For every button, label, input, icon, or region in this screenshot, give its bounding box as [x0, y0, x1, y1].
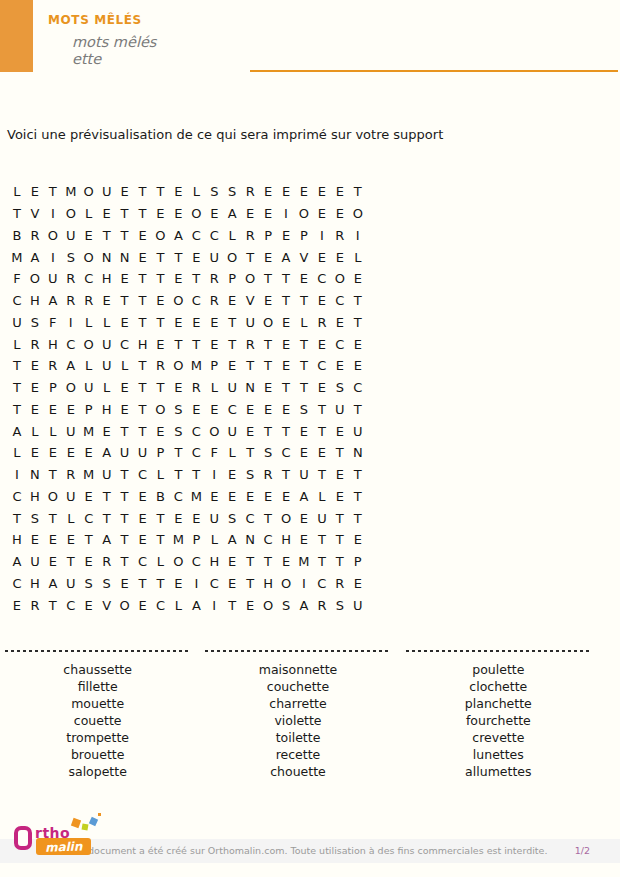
grid-cell: U [26, 551, 44, 573]
grid-cell: I [44, 203, 62, 225]
grid-cell: I [295, 573, 313, 595]
grid-cell: T [331, 551, 349, 573]
grid-cell: P [349, 551, 367, 573]
grid-cell: S [223, 507, 241, 529]
grid-cell: L [152, 464, 170, 486]
grid-cell: E [223, 290, 241, 312]
grid-cell: I [205, 464, 223, 486]
grid-cell: C [134, 464, 152, 486]
grid-cell: T [349, 181, 367, 203]
grid-cell: E [169, 203, 187, 225]
word-list-item: charrette [205, 695, 390, 712]
grid-cell: T [295, 333, 313, 355]
grid-cell: E [80, 442, 98, 464]
grid-cell: U [205, 246, 223, 268]
grid-cell: E [331, 203, 349, 225]
grid-cell: C [62, 333, 80, 355]
grid-cell: L [8, 181, 26, 203]
grid-cell: T [277, 420, 295, 442]
grid-cell: T [44, 594, 62, 616]
grid-cell: E [349, 355, 367, 377]
grid-cell: E [134, 594, 152, 616]
logo-o-icon [14, 826, 32, 850]
grid-cell: O [152, 225, 170, 247]
preview-intro-text: Voici une prévisualisation de ce qui ser… [7, 127, 607, 142]
grid-cell: T [134, 399, 152, 421]
grid-cell: E [349, 529, 367, 551]
grid-cell: I [277, 203, 295, 225]
grid-cell: P [152, 442, 170, 464]
orthomalin-logo: rtho malin [12, 812, 127, 862]
grid-cell: E [152, 290, 170, 312]
grid-cell: C [331, 333, 349, 355]
grid-cell: E [295, 507, 313, 529]
grid-cell: S [331, 594, 349, 616]
grid-cell: O [169, 290, 187, 312]
grid-cell: E [134, 507, 152, 529]
grid-cell: L [152, 551, 170, 573]
grid-cell: A [295, 486, 313, 508]
grid-cell: C [313, 573, 331, 595]
grid-cell: E [295, 442, 313, 464]
grid-cell: E [205, 312, 223, 334]
grid-cell: L [169, 594, 187, 616]
grid-cell: E [259, 246, 277, 268]
grid-cell: H [26, 573, 44, 595]
word-list-item: couchette [205, 678, 390, 695]
grid-cell: T [331, 529, 349, 551]
grid-cell: E [277, 181, 295, 203]
grid-cell: T [223, 333, 241, 355]
word-list-item: allumettes [406, 763, 591, 780]
grid-cell: T [152, 377, 170, 399]
grid-cell: O [169, 355, 187, 377]
grid-cell: U [313, 507, 331, 529]
grid-cell: T [134, 420, 152, 442]
grid-cell: L [80, 355, 98, 377]
grid-cell: E [80, 594, 98, 616]
grid-cell: O [116, 594, 134, 616]
grid-cell: U [62, 573, 80, 595]
grid-cell: H [98, 268, 116, 290]
grid-cell: I [8, 464, 26, 486]
grid-cell: A [277, 246, 295, 268]
header-orange-block [0, 0, 33, 72]
grid-cell: E [26, 529, 44, 551]
grid-cell: E [313, 377, 331, 399]
grid-cell: E [259, 203, 277, 225]
grid-cell: U [62, 486, 80, 508]
grid-cell: E [331, 312, 349, 334]
grid-cell: T [259, 551, 277, 573]
grid-cell: O [187, 203, 205, 225]
grid-cell: O [152, 399, 170, 421]
logo-square-orange-icon [71, 818, 81, 828]
grid-cell: E [26, 355, 44, 377]
grid-cell: O [331, 268, 349, 290]
grid-cell: E [26, 399, 44, 421]
grid-cell: O [259, 594, 277, 616]
grid-cell: T [152, 312, 170, 334]
grid-cell: R [259, 464, 277, 486]
grid-cell: U [98, 355, 116, 377]
grid-cell: L [205, 377, 223, 399]
print-preview-page: MOTS MÊLÉS mots mêlés ette Voici une pré… [0, 0, 620, 877]
grid-cell: F [44, 312, 62, 334]
grid-cell: E [259, 181, 277, 203]
grid-cell: S [26, 507, 44, 529]
grid-cell: E [187, 246, 205, 268]
grid-cell: P [80, 399, 98, 421]
grid-cell: O [295, 203, 313, 225]
grid-cell: E [187, 399, 205, 421]
grid-cell: C [223, 399, 241, 421]
grid-cell: M [80, 420, 98, 442]
grid-cell: E [44, 442, 62, 464]
grid-cell: E [187, 312, 205, 334]
grid-cell: T [295, 377, 313, 399]
grid-cell: T [259, 268, 277, 290]
grid-cell: E [241, 594, 259, 616]
grid-cell: C [187, 442, 205, 464]
word-list-item: poulette [406, 661, 591, 678]
dashed-separator [205, 650, 390, 652]
grid-cell: E [241, 399, 259, 421]
grid-cell: E [223, 355, 241, 377]
word-list-item: brouette [5, 746, 190, 763]
grid-cell: E [80, 551, 98, 573]
grid-cell: E [80, 225, 98, 247]
grid-cell: C [169, 486, 187, 508]
grid-cell: U [116, 442, 134, 464]
grid-cell: E [205, 203, 223, 225]
grid-cell: T [277, 290, 295, 312]
grid-cell: E [259, 290, 277, 312]
grid-cell: T [8, 377, 26, 399]
page-subtitle: mots mêlés ette [72, 34, 156, 68]
word-column-1: chaussettefillettemouettecouettetrompett… [5, 650, 190, 780]
grid-cell: H [205, 551, 223, 573]
grid-cell: E [116, 399, 134, 421]
grid-cell: S [259, 442, 277, 464]
grid-cell: T [134, 573, 152, 595]
grid-cell: U [349, 420, 367, 442]
grid-cell: T [241, 551, 259, 573]
grid-cell: L [295, 312, 313, 334]
grid-cell: E [223, 486, 241, 508]
grid-cell: P [295, 225, 313, 247]
grid-cell: E [134, 225, 152, 247]
grid-cell: T [187, 333, 205, 355]
grid-cell: M [62, 181, 80, 203]
grid-cell: U [223, 377, 241, 399]
grid-cell: O [223, 246, 241, 268]
grid-cell: L [223, 225, 241, 247]
grid-cell: M [80, 464, 98, 486]
grid-cell: C [313, 355, 331, 377]
grid-cell: M [187, 486, 205, 508]
grid-cell: T [313, 551, 331, 573]
grid-cell: U [98, 181, 116, 203]
grid-cell: E [62, 529, 80, 551]
dashed-separator [406, 650, 591, 652]
grid-cell: E [295, 420, 313, 442]
word-list-item: recette [205, 746, 390, 763]
grid-cell: E [152, 333, 170, 355]
word-list-item: lunettes [406, 746, 591, 763]
grid-cell: T [313, 399, 331, 421]
grid-cell: I [44, 246, 62, 268]
grid-cell: M [169, 529, 187, 551]
grid-cell: E [223, 573, 241, 595]
grid-cell: T [134, 377, 152, 399]
grid-cell: A [26, 246, 44, 268]
grid-cell: R [205, 290, 223, 312]
grid-cell: R [187, 377, 205, 399]
grid-cell: U [98, 464, 116, 486]
grid-cell: R [241, 225, 259, 247]
grid-cell: T [259, 420, 277, 442]
word-list-item: couette [5, 712, 190, 729]
grid-cell: U [62, 420, 80, 442]
grid-cell: T [116, 464, 134, 486]
grid-cell: T [259, 333, 277, 355]
grid-cell: E [331, 181, 349, 203]
grid-cell: E [169, 507, 187, 529]
grid-cell: U [331, 399, 349, 421]
grid-cell: E [331, 420, 349, 442]
grid-cell: A [8, 551, 26, 573]
grid-cell: I [187, 573, 205, 595]
grid-cell: S [26, 312, 44, 334]
grid-cell: E [116, 573, 134, 595]
grid-cell: E [116, 181, 134, 203]
grid-cell: T [169, 333, 187, 355]
grid-cell: E [241, 486, 259, 508]
grid-cell: P [223, 268, 241, 290]
grid-cell: C [62, 594, 80, 616]
grid-cell: T [116, 225, 134, 247]
grid-cell: E [62, 442, 80, 464]
grid-cell: E [205, 486, 223, 508]
grid-cell: R [313, 312, 331, 334]
word-list-item: violette [205, 712, 390, 729]
grid-cell: L [187, 181, 205, 203]
grid-cell: O [241, 268, 259, 290]
grid-cell: M [187, 355, 205, 377]
grid-cell: M [8, 246, 26, 268]
grid-cell: P [205, 355, 223, 377]
word-list-item: salopette [5, 763, 190, 780]
grid-cell: C [313, 268, 331, 290]
grid-cell: T [152, 573, 170, 595]
grid-cell: C [331, 290, 349, 312]
grid-cell: R [313, 594, 331, 616]
grid-cell: E [313, 181, 331, 203]
grid-cell: A [187, 594, 205, 616]
grid-cell: L [205, 529, 223, 551]
grid-cell: R [62, 464, 80, 486]
grid-cell: C [187, 420, 205, 442]
grid-cell: O [169, 551, 187, 573]
grid-cell: T [169, 246, 187, 268]
grid-cell: V [295, 246, 313, 268]
grid-cell: C [116, 333, 134, 355]
grid-cell: N [349, 442, 367, 464]
grid-cell: L [26, 420, 44, 442]
grid-cell: L [98, 312, 116, 334]
grid-cell: T [259, 507, 277, 529]
grid-cell: E [44, 551, 62, 573]
grid-cell: L [8, 333, 26, 355]
grid-cell: V [26, 203, 44, 225]
grid-cell: T [152, 246, 170, 268]
grid-cell: T [277, 377, 295, 399]
grid-cell: C [134, 551, 152, 573]
grid-cell: E [80, 486, 98, 508]
grid-cell: E [313, 333, 331, 355]
grid-cell: S [98, 573, 116, 595]
grid-cell: I [62, 312, 80, 334]
grid-cell: L [8, 442, 26, 464]
grid-cell: E [277, 399, 295, 421]
grid-cell: O [277, 573, 295, 595]
grid-cell: E [152, 203, 170, 225]
grid-cell: A [223, 203, 241, 225]
grid-cell: U [98, 333, 116, 355]
grid-cell: E [331, 486, 349, 508]
grid-cell: E [349, 573, 367, 595]
grid-cell: T [116, 420, 134, 442]
grid-cell: N [241, 377, 259, 399]
dashed-separator [5, 650, 190, 652]
grid-cell: T [134, 290, 152, 312]
grid-cell: E [259, 486, 277, 508]
grid-cell: T [331, 442, 349, 464]
grid-cell: A [98, 529, 116, 551]
grid-cell: S [295, 399, 313, 421]
grid-cell: I [313, 225, 331, 247]
grid-cell: O [80, 246, 98, 268]
grid-cell: T [152, 181, 170, 203]
grid-cell: E [277, 486, 295, 508]
grid-cell: N [98, 246, 116, 268]
grid-cell: T [331, 507, 349, 529]
grid-cell: E [313, 442, 331, 464]
grid-cell: H [44, 333, 62, 355]
grid-cell: E [241, 203, 259, 225]
grid-cell: E [8, 594, 26, 616]
grid-cell: T [295, 355, 313, 377]
grid-cell: C [205, 225, 223, 247]
grid-cell: A [295, 594, 313, 616]
grid-cell: H [277, 529, 295, 551]
grid-cell: B [152, 486, 170, 508]
grid-cell: E [241, 420, 259, 442]
grid-cell: T [349, 507, 367, 529]
grid-cell: C [187, 225, 205, 247]
grid-cell: E [169, 312, 187, 334]
grid-cell: E [44, 529, 62, 551]
grid-cell: T [80, 529, 98, 551]
grid-cell: E [331, 246, 349, 268]
word-list-item: fourchette [406, 712, 591, 729]
grid-cell: U [295, 464, 313, 486]
grid-cell: T [313, 464, 331, 486]
grid-cell: T [349, 464, 367, 486]
grid-cell: C [80, 268, 98, 290]
grid-cell: S [80, 573, 98, 595]
grid-cell: E [331, 355, 349, 377]
grid-cell: T [134, 312, 152, 334]
grid-cell: S [241, 464, 259, 486]
grid-cell: T [349, 290, 367, 312]
grid-cell: E [205, 333, 223, 355]
grid-cell: E [331, 464, 349, 486]
grid-cell: T [313, 420, 331, 442]
grid-cell: E [169, 268, 187, 290]
grid-cell: T [313, 529, 331, 551]
grid-cell: R [80, 290, 98, 312]
grid-cell: U [349, 594, 367, 616]
grid-cell: R [241, 181, 259, 203]
grid-cell: U [44, 268, 62, 290]
grid-cell: T [152, 507, 170, 529]
grid-cell: R [241, 333, 259, 355]
grid-cell: N [26, 464, 44, 486]
grid-cell: H [26, 290, 44, 312]
grid-cell: C [259, 529, 277, 551]
grid-cell: C [8, 486, 26, 508]
word-list-item: chaussette [5, 661, 190, 678]
logo-text-malin: malin [45, 839, 83, 854]
grid-cell: T [8, 507, 26, 529]
grid-cell: O [259, 312, 277, 334]
grid-cell: E [277, 355, 295, 377]
grid-cell: E [152, 420, 170, 442]
grid-cell: E [169, 181, 187, 203]
grid-cell: E [169, 573, 187, 595]
grid-cell: A [44, 290, 62, 312]
grid-cell: U [134, 442, 152, 464]
grid-cell: T [187, 464, 205, 486]
grid-cell: I [205, 594, 223, 616]
grid-cell: L [116, 355, 134, 377]
grid-cell: O [205, 420, 223, 442]
grid-cell: U [62, 225, 80, 247]
grid-cell: F [8, 268, 26, 290]
word-list-item: mouette [5, 695, 190, 712]
grid-cell: I [349, 225, 367, 247]
logo-dot-orange-icon [98, 813, 101, 816]
grid-cell: S [62, 246, 80, 268]
grid-cell: N [116, 246, 134, 268]
word-list-item: clochette [406, 678, 591, 695]
grid-cell: S [169, 420, 187, 442]
grid-cell: F [205, 442, 223, 464]
grid-cell: E [98, 420, 116, 442]
grid-cell: H [8, 529, 26, 551]
page-title: MOTS MÊLÉS [48, 13, 142, 27]
grid-cell: C [187, 290, 205, 312]
grid-cell: H [26, 486, 44, 508]
grid-cell: E [277, 333, 295, 355]
grid-cell: C [152, 594, 170, 616]
grid-cell: E [62, 399, 80, 421]
grid-cell: S [223, 181, 241, 203]
word-list-item: planchette [406, 695, 591, 712]
grid-cell: T [152, 268, 170, 290]
